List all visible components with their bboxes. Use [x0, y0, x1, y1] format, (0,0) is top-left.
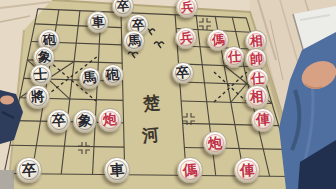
piece-character: 卒	[116, 0, 129, 13]
black-elephant-2[interactable]: 象	[73, 109, 97, 133]
red-cannon-1[interactable]: 炮	[98, 108, 122, 132]
piece-character: 相	[249, 34, 263, 48]
piece-character: 士	[34, 68, 48, 82]
piece-character: 馬	[127, 34, 141, 48]
red-chariot-1[interactable]: 俥	[251, 108, 275, 132]
xiangqi-photo-scene: 楚 河 卒車卒馬砲象士馬砲卒將卒象卒車兵兵傌相仕帥仕相炮俥炮傌俥	[0, 0, 336, 189]
piece-character: 車	[91, 15, 104, 28]
red-horse-2[interactable]: 傌	[177, 157, 202, 182]
piece-character: 卒	[52, 114, 67, 129]
piece-character: 將	[31, 90, 45, 104]
piece-character: 馬	[83, 71, 97, 85]
piece-character: 仕	[251, 72, 265, 86]
red-soldier-1[interactable]: 兵	[176, 0, 197, 18]
piece-character: 卒	[21, 162, 36, 178]
black-chariot-2[interactable]: 車	[104, 157, 129, 182]
red-elephant-2[interactable]: 相	[245, 85, 268, 108]
piece-character: 兵	[179, 31, 193, 45]
piece-character: 炮	[103, 113, 118, 128]
black-general[interactable]: 將	[26, 85, 49, 108]
black-chariot-1[interactable]: 車	[87, 11, 109, 33]
black-soldier-1[interactable]: 卒	[112, 0, 133, 17]
piece-character: 砲	[42, 33, 56, 47]
piece-character: 仕	[227, 50, 241, 64]
piece-character: 象	[78, 114, 93, 129]
black-soldier-4[interactable]: 卒	[47, 109, 71, 133]
piece-character: 炮	[207, 135, 222, 150]
piece-character: 兵	[180, 0, 193, 13]
black-horse-1[interactable]: 馬	[123, 30, 145, 52]
piece-character: 帥	[249, 52, 263, 66]
river-char-chu: 楚	[141, 92, 162, 114]
piece-character: 象	[37, 50, 51, 64]
black-soldier-5[interactable]: 卒	[16, 157, 41, 182]
piece-character: 卒	[176, 66, 190, 80]
piece-character: 傌	[182, 162, 197, 178]
red-chariot-2[interactable]: 俥	[234, 157, 259, 182]
river-char-he: 河	[140, 124, 160, 146]
red-soldier-2[interactable]: 兵	[175, 27, 197, 49]
piece-character: 車	[109, 162, 124, 178]
red-horse-1[interactable]: 傌	[207, 29, 229, 51]
piece-character: 俥	[239, 162, 254, 178]
piece-character: 相	[250, 90, 264, 104]
piece-character: 俥	[256, 113, 271, 128]
piece-character: 砲	[106, 68, 120, 82]
piece-character: 傌	[211, 33, 225, 47]
